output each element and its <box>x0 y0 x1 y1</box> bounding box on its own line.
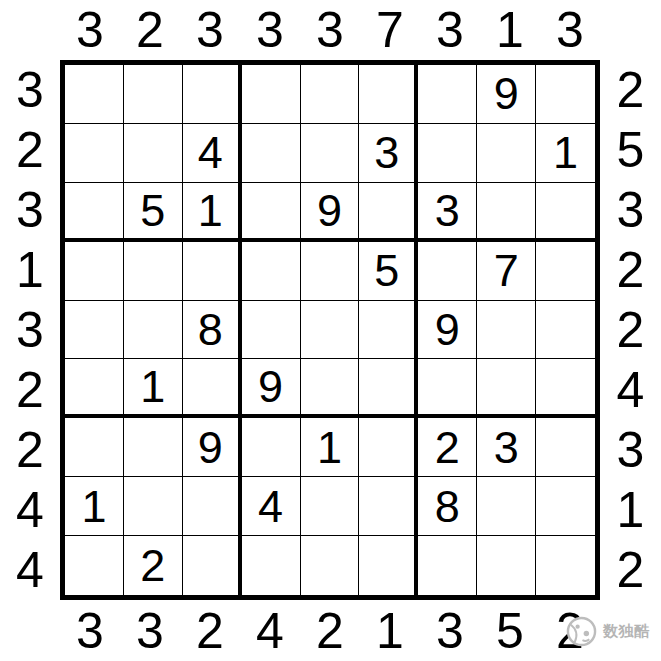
clue-right-7: 3 <box>600 420 661 480</box>
clue-bottom-5: 2 <box>300 600 360 661</box>
cell-r1c9[interactable] <box>536 65 595 124</box>
cell-r7c3[interactable]: 9 <box>183 418 242 477</box>
clue-bottom-6: 1 <box>360 600 420 661</box>
cell-r9c1[interactable] <box>65 536 124 595</box>
cell-r4c3[interactable] <box>183 242 242 301</box>
cell-r5c3[interactable]: 8 <box>183 301 242 360</box>
skyscraper-sudoku-puzzle: 323337313 323132244 253224312 332421352 … <box>0 0 661 661</box>
cell-r9c3[interactable] <box>183 536 242 595</box>
cell-r6c4[interactable]: 9 <box>242 359 301 418</box>
clue-right-4: 2 <box>600 240 661 300</box>
cell-r5c7[interactable]: 9 <box>418 301 477 360</box>
cell-r4c2[interactable] <box>124 242 183 301</box>
cell-r4c9[interactable] <box>536 242 595 301</box>
cell-r5c1[interactable] <box>65 301 124 360</box>
cell-r8c3[interactable] <box>183 477 242 536</box>
cell-r7c9[interactable] <box>536 418 595 477</box>
cell-r3c5[interactable]: 9 <box>301 183 360 242</box>
clue-right-9: 2 <box>600 540 661 600</box>
clue-right-2: 5 <box>600 120 661 180</box>
cell-r3c3[interactable]: 1 <box>183 183 242 242</box>
cell-r2c9[interactable]: 1 <box>536 124 595 183</box>
clue-right-8: 1 <box>600 480 661 540</box>
cell-r9c2[interactable]: 2 <box>124 536 183 595</box>
clue-top-2: 2 <box>120 0 180 60</box>
cell-r7c1[interactable] <box>65 418 124 477</box>
clue-left-3: 3 <box>0 180 60 240</box>
cell-r3c9[interactable] <box>536 183 595 242</box>
clue-top-3: 3 <box>180 0 240 60</box>
cell-r9c6[interactable] <box>359 536 418 595</box>
cell-r1c5[interactable] <box>301 65 360 124</box>
cell-r8c9[interactable] <box>536 477 595 536</box>
cell-r4c7[interactable] <box>418 242 477 301</box>
cell-r6c8[interactable] <box>477 359 536 418</box>
cell-r7c5[interactable]: 1 <box>301 418 360 477</box>
cell-r6c3[interactable] <box>183 359 242 418</box>
clue-row-top: 323337313 <box>60 0 600 60</box>
clue-right-3: 3 <box>600 180 661 240</box>
cell-r1c6[interactable] <box>359 65 418 124</box>
clue-left-4: 1 <box>0 240 60 300</box>
cell-r1c7[interactable] <box>418 65 477 124</box>
cell-r6c5[interactable] <box>301 359 360 418</box>
cell-r8c8[interactable] <box>477 477 536 536</box>
cell-r9c8[interactable] <box>477 536 536 595</box>
clue-left-7: 2 <box>0 420 60 480</box>
clue-top-9: 3 <box>540 0 600 60</box>
cell-r9c7[interactable] <box>418 536 477 595</box>
clue-right-1: 2 <box>600 60 661 120</box>
cell-r7c2[interactable] <box>124 418 183 477</box>
clue-top-8: 1 <box>480 0 540 60</box>
cell-r5c8[interactable] <box>477 301 536 360</box>
clue-left-8: 4 <box>0 480 60 540</box>
cell-r8c4[interactable]: 4 <box>242 477 301 536</box>
cell-r4c8[interactable]: 7 <box>477 242 536 301</box>
cell-r5c4[interactable] <box>242 301 301 360</box>
clue-row-bottom: 332421352 <box>60 600 600 661</box>
cell-r6c6[interactable] <box>359 359 418 418</box>
cell-r2c6[interactable]: 3 <box>359 124 418 183</box>
cell-r6c9[interactable] <box>536 359 595 418</box>
clue-right-5: 2 <box>600 300 661 360</box>
cell-r7c7[interactable]: 2 <box>418 418 477 477</box>
clue-bottom-3: 2 <box>180 600 240 661</box>
sudoku-cool-logo-icon <box>566 616 597 647</box>
cell-r2c3[interactable]: 4 <box>183 124 242 183</box>
cell-r9c9[interactable] <box>536 536 595 595</box>
cell-r8c1[interactable]: 1 <box>65 477 124 536</box>
watermark: 数独酷 <box>566 613 650 649</box>
cell-r4c5[interactable] <box>301 242 360 301</box>
cell-r9c5[interactable] <box>301 536 360 595</box>
cell-r4c4[interactable] <box>242 242 301 301</box>
clue-top-4: 3 <box>240 0 300 60</box>
clue-left-1: 3 <box>0 60 60 120</box>
cell-r8c7[interactable]: 8 <box>418 477 477 536</box>
clue-top-7: 3 <box>420 0 480 60</box>
cell-r4c6[interactable]: 5 <box>359 242 418 301</box>
cell-r8c5[interactable] <box>301 477 360 536</box>
cell-r3c4[interactable] <box>242 183 301 242</box>
clue-right-6: 4 <box>600 360 661 420</box>
clue-left-6: 2 <box>0 360 60 420</box>
cell-r2c5[interactable] <box>301 124 360 183</box>
sudoku-board: 9431519357891991231482 <box>60 60 600 600</box>
clue-top-6: 7 <box>360 0 420 60</box>
cell-r7c6[interactable] <box>359 418 418 477</box>
cell-r3c8[interactable] <box>477 183 536 242</box>
cell-r2c2[interactable] <box>124 124 183 183</box>
cell-r3c1[interactable] <box>65 183 124 242</box>
clue-left-2: 2 <box>0 120 60 180</box>
clue-left-5: 3 <box>0 300 60 360</box>
cell-r4c1[interactable] <box>65 242 124 301</box>
clue-bottom-2: 3 <box>120 600 180 661</box>
clue-top-1: 3 <box>60 0 120 60</box>
cell-r1c3[interactable] <box>183 65 242 124</box>
cell-r5c5[interactable] <box>301 301 360 360</box>
cell-r5c9[interactable] <box>536 301 595 360</box>
cell-r3c6[interactable] <box>359 183 418 242</box>
cell-r3c7[interactable]: 3 <box>418 183 477 242</box>
cell-r7c8[interactable]: 3 <box>477 418 536 477</box>
cell-r6c2[interactable]: 1 <box>124 359 183 418</box>
clue-bottom-8: 5 <box>480 600 540 661</box>
clue-left-9: 4 <box>0 540 60 600</box>
cell-r7c4[interactable] <box>242 418 301 477</box>
cell-r3c2[interactable]: 5 <box>124 183 183 242</box>
cell-r1c4[interactable] <box>242 65 301 124</box>
cell-r2c8[interactable] <box>477 124 536 183</box>
cell-r2c1[interactable] <box>65 124 124 183</box>
cell-r1c1[interactable] <box>65 65 124 124</box>
clue-column-left: 323132244 <box>0 60 60 600</box>
cell-r8c6[interactable] <box>359 477 418 536</box>
clue-column-right: 253224312 <box>600 60 661 600</box>
clue-bottom-1: 3 <box>60 600 120 661</box>
cell-r2c4[interactable] <box>242 124 301 183</box>
watermark-text: 数独酷 <box>603 622 650 641</box>
clue-top-5: 3 <box>300 0 360 60</box>
cell-r5c2[interactable] <box>124 301 183 360</box>
cell-r6c1[interactable] <box>65 359 124 418</box>
cell-r5c6[interactable] <box>359 301 418 360</box>
cell-r8c2[interactable] <box>124 477 183 536</box>
clue-bottom-7: 3 <box>420 600 480 661</box>
cell-r9c4[interactable] <box>242 536 301 595</box>
cell-r1c8[interactable]: 9 <box>477 65 536 124</box>
cell-r1c2[interactable] <box>124 65 183 124</box>
cell-r6c7[interactable] <box>418 359 477 418</box>
clue-bottom-4: 4 <box>240 600 300 661</box>
cell-r2c7[interactable] <box>418 124 477 183</box>
